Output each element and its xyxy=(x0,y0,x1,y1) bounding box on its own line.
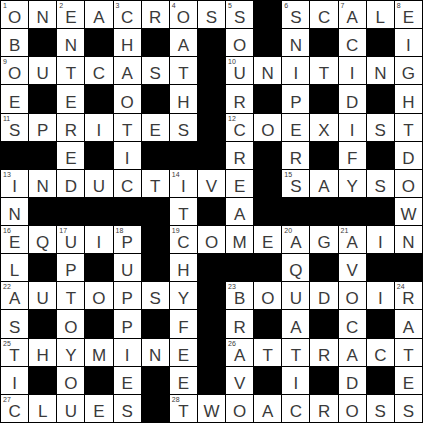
grid-cell-r13c6[interactable]: N xyxy=(142,339,169,366)
grid-cell-r2c15[interactable]: I xyxy=(395,29,422,56)
cell-letter: E xyxy=(9,94,20,113)
cell-letter: C xyxy=(290,403,302,422)
grid-cell-r2c1[interactable]: B xyxy=(1,29,28,56)
black-square xyxy=(310,254,337,281)
black-square xyxy=(254,310,281,337)
black-square xyxy=(85,29,112,56)
grid-cell-r11c3[interactable]: T xyxy=(57,282,84,309)
grid-cell-r13c2[interactable]: H xyxy=(29,339,56,366)
black-square xyxy=(310,29,337,56)
grid-cell-r13c12[interactable]: R xyxy=(310,339,337,366)
grid-cell-r10c3[interactable]: P xyxy=(57,254,84,281)
grid-cell-r8c15[interactable]: W xyxy=(395,198,422,225)
grid-cell-r12c13[interactable]: C xyxy=(339,310,366,337)
clue-number: 9 xyxy=(3,57,7,66)
grid-cell-r9c8[interactable]: O xyxy=(198,226,225,253)
grid-cell-r2c11[interactable]: N xyxy=(282,29,309,56)
clue-number: 2 xyxy=(59,1,63,10)
cell-letter: E xyxy=(93,403,104,422)
cell-letter: S xyxy=(290,9,301,28)
grid-cell-r7c12[interactable]: A xyxy=(310,170,337,197)
cell-letter: S xyxy=(234,9,245,28)
clue-number: 23 xyxy=(228,282,236,291)
cell-letter: E xyxy=(65,9,76,28)
cell-letter: W xyxy=(400,206,416,225)
cell-letter: R xyxy=(290,150,302,169)
grid-cell-r13c14[interactable]: C xyxy=(367,339,394,366)
grid-cell-r1c6[interactable]: R xyxy=(142,1,169,28)
cell-letter: L xyxy=(376,9,385,28)
grid-cell-r15c7[interactable]: 28T xyxy=(170,395,197,422)
cell-letter: C xyxy=(346,37,358,56)
grid-cell-r12c5[interactable]: P xyxy=(114,310,141,337)
black-square xyxy=(142,29,169,56)
cell-letter: F xyxy=(347,150,357,169)
grid-cell-r7c14[interactable]: S xyxy=(367,170,394,197)
black-square xyxy=(85,310,112,337)
black-square xyxy=(198,339,225,366)
crossword-grid: 1ON2EA3CR4OS5S6SC7AL8EBNHAONCI9OUTCAST10… xyxy=(0,0,423,423)
grid-cell-r7c9[interactable]: E xyxy=(226,170,253,197)
cell-letter: H xyxy=(121,37,133,56)
grid-cell-r15c4[interactable]: E xyxy=(85,395,112,422)
cell-letter: A xyxy=(234,206,245,225)
grid-cell-r3c11[interactable]: I xyxy=(282,57,309,84)
grid-cell-r5c13[interactable]: I xyxy=(339,114,366,141)
grid-cell-r1c4[interactable]: A xyxy=(85,1,112,28)
grid-cell-r15c2[interactable]: L xyxy=(29,395,56,422)
grid-cell-r1c7[interactable]: 4O xyxy=(170,1,197,28)
grid-cell-r15c9[interactable]: O xyxy=(226,395,253,422)
grid-cell-r7c8[interactable]: V xyxy=(198,170,225,197)
black-square xyxy=(142,142,169,169)
grid-cell-r11c9[interactable]: 23B xyxy=(226,282,253,309)
black-square xyxy=(254,29,281,56)
cell-letter: I xyxy=(125,150,130,169)
grid-cell-r2c9[interactable]: O xyxy=(226,29,253,56)
grid-cell-r5c7[interactable]: S xyxy=(170,114,197,141)
grid-cell-r15c14[interactable]: S xyxy=(367,395,394,422)
clue-number: 20 xyxy=(284,226,292,235)
grid-cell-r11c1[interactable]: 22A xyxy=(1,282,28,309)
cell-letter: O xyxy=(177,9,190,28)
black-square xyxy=(1,142,28,169)
grid-cell-r2c3[interactable]: N xyxy=(57,29,84,56)
cell-letter: O xyxy=(346,403,359,422)
grid-cell-r14c3[interactable]: O xyxy=(57,367,84,394)
cell-letter: U xyxy=(93,178,105,197)
grid-cell-r6c11[interactable]: R xyxy=(282,142,309,169)
clue-number: 1 xyxy=(3,1,7,10)
grid-cell-r9c3[interactable]: 17U xyxy=(57,226,84,253)
black-square xyxy=(310,198,337,225)
grid-cell-r10c13[interactable]: V xyxy=(339,254,366,281)
grid-cell-r3c15[interactable]: G xyxy=(395,57,422,84)
cell-letter: A xyxy=(290,319,301,338)
grid-cell-r3c12[interactable]: T xyxy=(310,57,337,84)
cell-letter: S xyxy=(375,403,386,422)
cell-letter: E xyxy=(9,234,20,253)
black-square xyxy=(254,85,281,112)
grid-cell-r2c13[interactable]: C xyxy=(339,29,366,56)
grid-cell-r8c7[interactable]: T xyxy=(170,198,197,225)
grid-cell-r14c11[interactable]: I xyxy=(282,367,309,394)
grid-cell-r5c4[interactable]: I xyxy=(85,114,112,141)
grid-cell-r5c6[interactable]: E xyxy=(142,114,169,141)
grid-cell-r3c1[interactable]: 9O xyxy=(1,57,28,84)
grid-cell-r10c7[interactable]: H xyxy=(170,254,197,281)
grid-cell-r7c5[interactable]: C xyxy=(114,170,141,197)
grid-cell-r8c1[interactable]: N xyxy=(1,198,28,225)
cell-letter: O xyxy=(120,94,133,113)
cell-letter: S xyxy=(121,403,132,422)
grid-cell-r4c7[interactable]: H xyxy=(170,85,197,112)
grid-cell-r9c10[interactable]: E xyxy=(254,226,281,253)
grid-cell-r3c13[interactable]: I xyxy=(339,57,366,84)
cell-letter: S xyxy=(9,122,20,141)
grid-cell-r4c15[interactable]: H xyxy=(395,85,422,112)
grid-cell-r9c9[interactable]: M xyxy=(226,226,253,253)
black-square xyxy=(367,198,394,225)
grid-cell-r1c5[interactable]: 3C xyxy=(114,1,141,28)
cell-letter: V xyxy=(346,262,357,281)
cell-letter: N xyxy=(374,65,386,84)
grid-cell-r4c13[interactable]: D xyxy=(339,85,366,112)
grid-cell-r1c12[interactable]: C xyxy=(310,1,337,28)
cell-letter: G xyxy=(402,65,415,84)
grid-cell-r15c10[interactable]: A xyxy=(254,395,281,422)
grid-cell-r8c9[interactable]: A xyxy=(226,198,253,225)
grid-cell-r10c11[interactable]: Q xyxy=(282,254,309,281)
grid-cell-r1c9[interactable]: 5S xyxy=(226,1,253,28)
grid-cell-r2c7[interactable]: A xyxy=(170,29,197,56)
grid-cell-r1c11[interactable]: 6S xyxy=(282,1,309,28)
black-square xyxy=(254,1,281,28)
cell-letter: Y xyxy=(178,290,189,309)
grid-cell-r1c8[interactable]: S xyxy=(198,1,225,28)
cell-letter: U xyxy=(290,290,302,309)
cell-letter: S xyxy=(375,178,386,197)
grid-cell-r11c11[interactable]: U xyxy=(282,282,309,309)
cell-letter: U xyxy=(65,234,77,253)
cell-letter: S xyxy=(9,319,20,338)
grid-cell-r12c3[interactable]: O xyxy=(57,310,84,337)
grid-cell-r5c12[interactable]: X xyxy=(310,114,337,141)
grid-cell-r5c10[interactable]: O xyxy=(254,114,281,141)
grid-cell-r9c12[interactable]: G xyxy=(310,226,337,253)
cell-letter: O xyxy=(261,122,274,141)
grid-cell-r9c4[interactable]: I xyxy=(85,226,112,253)
grid-cell-r7c11[interactable]: 15S xyxy=(282,170,309,197)
cell-letter: R xyxy=(402,290,414,309)
grid-cell-r6c13[interactable]: F xyxy=(339,142,366,169)
black-square xyxy=(198,85,225,112)
grid-cell-r11c12[interactable]: D xyxy=(310,282,337,309)
black-square xyxy=(367,310,394,337)
grid-cell-r1c1[interactable]: 1O xyxy=(1,1,28,28)
cell-letter: I xyxy=(378,290,383,309)
cell-letter: C xyxy=(233,122,245,141)
grid-cell-r7c13[interactable]: Y xyxy=(339,170,366,197)
cell-letter: R xyxy=(318,347,330,366)
black-square xyxy=(142,254,169,281)
cell-letter: S xyxy=(178,122,189,141)
cell-letter: W xyxy=(203,403,219,422)
grid-cell-r15c11[interactable]: C xyxy=(282,395,309,422)
grid-cell-r11c14[interactable]: I xyxy=(367,282,394,309)
black-square xyxy=(254,170,281,197)
grid-cell-r5c1[interactable]: 11S xyxy=(1,114,28,141)
grid-cell-r13c5[interactable]: I xyxy=(114,339,141,366)
grid-cell-r7c2[interactable]: N xyxy=(29,170,56,197)
grid-cell-r14c9[interactable]: V xyxy=(226,367,253,394)
cell-letter: Q xyxy=(36,234,49,253)
cell-letter: D xyxy=(346,375,358,394)
grid-cell-r15c1[interactable]: 27C xyxy=(1,395,28,422)
grid-cell-r10c5[interactable]: U xyxy=(114,254,141,281)
grid-cell-r4c3[interactable]: E xyxy=(57,85,84,112)
grid-cell-r5c3[interactable]: R xyxy=(57,114,84,141)
black-square xyxy=(29,198,56,225)
black-square xyxy=(85,198,112,225)
cell-letter: O xyxy=(233,403,246,422)
black-square xyxy=(142,85,169,112)
grid-cell-r13c7[interactable]: E xyxy=(170,339,197,366)
grid-cell-r11c7[interactable]: Y xyxy=(170,282,197,309)
grid-cell-r9c2[interactable]: Q xyxy=(29,226,56,253)
grid-cell-r11c10[interactable]: O xyxy=(254,282,281,309)
grid-cell-r5c9[interactable]: 12C xyxy=(226,114,253,141)
cell-letter: T xyxy=(319,65,329,84)
cell-letter: D xyxy=(402,150,414,169)
grid-cell-r9c5[interactable]: 18P xyxy=(114,226,141,253)
grid-cell-r11c6[interactable]: S xyxy=(142,282,169,309)
black-square xyxy=(339,198,366,225)
cell-letter: T xyxy=(66,290,76,309)
cell-letter: D xyxy=(346,94,358,113)
cell-letter: U xyxy=(37,290,49,309)
black-square xyxy=(142,367,169,394)
cell-letter: O xyxy=(64,375,77,394)
black-square xyxy=(367,29,394,56)
grid-cell-r13c11[interactable]: T xyxy=(282,339,309,366)
grid-cell-r5c5[interactable]: T xyxy=(114,114,141,141)
grid-cell-r4c9[interactable]: R xyxy=(226,85,253,112)
grid-cell-r1c3[interactable]: 2E xyxy=(57,1,84,28)
grid-cell-r13c15[interactable]: T xyxy=(395,339,422,366)
cell-letter: A xyxy=(290,234,301,253)
grid-cell-r4c5[interactable]: O xyxy=(114,85,141,112)
black-square xyxy=(198,114,225,141)
grid-cell-r11c2[interactable]: U xyxy=(29,282,56,309)
grid-cell-r6c15[interactable]: D xyxy=(395,142,422,169)
black-square xyxy=(114,198,141,225)
clue-number: 22 xyxy=(3,282,11,291)
grid-cell-r15c15[interactable]: S xyxy=(395,395,422,422)
cell-letter: E xyxy=(403,375,414,394)
black-square xyxy=(282,198,309,225)
black-square xyxy=(367,254,394,281)
cell-letter: A xyxy=(9,290,20,309)
black-square xyxy=(198,198,225,225)
grid-cell-r12c9[interactable]: R xyxy=(226,310,253,337)
cell-letter: D xyxy=(318,290,330,309)
black-square xyxy=(142,198,169,225)
grid-cell-r3c4[interactable]: C xyxy=(85,57,112,84)
cell-letter: E xyxy=(65,150,76,169)
cell-letter: P xyxy=(121,234,132,253)
grid-cell-r14c15[interactable]: E xyxy=(395,367,422,394)
cell-letter: L xyxy=(38,403,47,422)
grid-cell-r4c1[interactable]: E xyxy=(1,85,28,112)
cell-letter: A xyxy=(346,234,357,253)
grid-cell-r5c2[interactable]: P xyxy=(29,114,56,141)
black-square xyxy=(85,367,112,394)
grid-cell-r11c4[interactable]: O xyxy=(85,282,112,309)
grid-cell-r3c7[interactable]: T xyxy=(170,57,197,84)
cell-letter: R xyxy=(318,403,330,422)
black-square xyxy=(254,367,281,394)
grid-cell-r3c3[interactable]: T xyxy=(57,57,84,84)
cell-letter: I xyxy=(350,122,355,141)
grid-cell-r9c11[interactable]: 20A xyxy=(282,226,309,253)
grid-cell-r1c14[interactable]: L xyxy=(367,1,394,28)
grid-cell-r11c5[interactable]: P xyxy=(114,282,141,309)
grid-cell-r15c3[interactable]: U xyxy=(57,395,84,422)
cell-letter: O xyxy=(8,65,21,84)
grid-cell-r3c2[interactable]: U xyxy=(29,57,56,84)
grid-cell-r10c1[interactable]: L xyxy=(1,254,28,281)
grid-cell-r9c1[interactable]: 16E xyxy=(1,226,28,253)
grid-cell-r15c8[interactable]: W xyxy=(198,395,225,422)
grid-cell-r7c7[interactable]: 14I xyxy=(170,170,197,197)
cell-letter: T xyxy=(291,347,301,366)
black-square xyxy=(198,142,225,169)
grid-cell-r7c3[interactable]: D xyxy=(57,170,84,197)
grid-cell-r12c15[interactable]: A xyxy=(395,310,422,337)
grid-cell-r13c1[interactable]: 25T xyxy=(1,339,28,366)
cell-letter: M xyxy=(233,234,247,253)
grid-cell-r5c14[interactable]: S xyxy=(367,114,394,141)
grid-cell-r9c7[interactable]: 19C xyxy=(170,226,197,253)
clue-number: 16 xyxy=(3,226,11,235)
clue-number: 28 xyxy=(172,395,180,404)
cell-letter: S xyxy=(150,65,161,84)
grid-cell-r15c12[interactable]: R xyxy=(310,395,337,422)
grid-cell-r7c1[interactable]: 13I xyxy=(1,170,28,197)
grid-cell-r13c9[interactable]: 26A xyxy=(226,339,253,366)
black-square xyxy=(198,282,225,309)
black-square xyxy=(170,142,197,169)
grid-cell-r6c3[interactable]: E xyxy=(57,142,84,169)
cell-letter: R xyxy=(149,9,161,28)
cell-letter: E xyxy=(150,122,161,141)
grid-cell-r14c7[interactable]: E xyxy=(170,367,197,394)
grid-cell-r9c15[interactable]: N xyxy=(395,226,422,253)
clue-number: 18 xyxy=(116,226,124,235)
cell-letter: I xyxy=(350,65,355,84)
cell-letter: T xyxy=(66,65,76,84)
black-square xyxy=(367,367,394,394)
grid-cell-r6c5[interactable]: I xyxy=(114,142,141,169)
cell-letter: T xyxy=(178,403,188,422)
cell-letter: E xyxy=(178,375,189,394)
grid-cell-r14c1[interactable]: I xyxy=(1,367,28,394)
grid-cell-r5c11[interactable]: E xyxy=(282,114,309,141)
cell-letter: C xyxy=(93,65,105,84)
grid-cell-r13c10[interactable]: T xyxy=(254,339,281,366)
cell-letter: O xyxy=(205,234,218,253)
grid-cell-r3c5[interactable]: A xyxy=(114,57,141,84)
grid-cell-r12c1[interactable]: S xyxy=(1,310,28,337)
grid-cell-r7c4[interactable]: U xyxy=(85,170,112,197)
cell-letter: C xyxy=(346,319,358,338)
grid-cell-r4c11[interactable]: P xyxy=(282,85,309,112)
grid-cell-r9c13[interactable]: 21A xyxy=(339,226,366,253)
cell-letter: S xyxy=(150,290,161,309)
grid-cell-r14c13[interactable]: D xyxy=(339,367,366,394)
cell-letter: I xyxy=(181,178,186,197)
grid-cell-r12c7[interactable]: F xyxy=(170,310,197,337)
black-square xyxy=(198,29,225,56)
grid-cell-r3c9[interactable]: 10U xyxy=(226,57,253,84)
cell-letter: N xyxy=(37,9,49,28)
cell-letter: E xyxy=(65,94,76,113)
cell-letter: I xyxy=(97,122,102,141)
grid-cell-r11c13[interactable]: O xyxy=(339,282,366,309)
cell-letter: O xyxy=(64,319,77,338)
grid-cell-r5c15[interactable]: T xyxy=(395,114,422,141)
grid-cell-r3c14[interactable]: N xyxy=(367,57,394,84)
grid-cell-r9c14[interactable]: I xyxy=(367,226,394,253)
grid-cell-r1c13[interactable]: 7A xyxy=(339,1,366,28)
grid-cell-r6c9[interactable]: R xyxy=(226,142,253,169)
grid-cell-r15c5[interactable]: S xyxy=(114,395,141,422)
cell-letter: T xyxy=(403,347,413,366)
clue-number: 14 xyxy=(172,170,180,179)
cell-letter: P xyxy=(65,262,76,281)
black-square xyxy=(29,367,56,394)
grid-cell-r7c6[interactable]: T xyxy=(142,170,169,197)
grid-cell-r3c6[interactable]: S xyxy=(142,57,169,84)
cell-letter: V xyxy=(206,178,217,197)
cell-letter: Q xyxy=(289,262,302,281)
grid-cell-r1c15[interactable]: 8E xyxy=(395,1,422,28)
cell-letter: T xyxy=(9,347,19,366)
cell-letter: O xyxy=(8,9,21,28)
cell-letter: C xyxy=(374,347,386,366)
cell-letter: R xyxy=(233,94,245,113)
black-square xyxy=(29,29,56,56)
grid-cell-r1c2[interactable]: N xyxy=(29,1,56,28)
black-square xyxy=(198,254,225,281)
grid-cell-r13c4[interactable]: M xyxy=(85,339,112,366)
cell-letter: U xyxy=(65,403,77,422)
cell-letter: T xyxy=(403,122,413,141)
grid-cell-r2c5[interactable]: H xyxy=(114,29,141,56)
clue-number: 24 xyxy=(397,282,405,291)
grid-cell-r7c15[interactable]: O xyxy=(395,170,422,197)
cell-letter: E xyxy=(290,122,301,141)
grid-cell-r15c13[interactable]: O xyxy=(339,395,366,422)
grid-cell-r11c15[interactable]: 24R xyxy=(395,282,422,309)
grid-cell-r14c5[interactable]: E xyxy=(114,367,141,394)
grid-cell-r13c13[interactable]: A xyxy=(339,339,366,366)
cell-letter: A xyxy=(346,347,357,366)
grid-cell-r3c10[interactable]: N xyxy=(254,57,281,84)
grid-cell-r12c11[interactable]: A xyxy=(282,310,309,337)
grid-cell-r13c3[interactable]: Y xyxy=(57,339,84,366)
